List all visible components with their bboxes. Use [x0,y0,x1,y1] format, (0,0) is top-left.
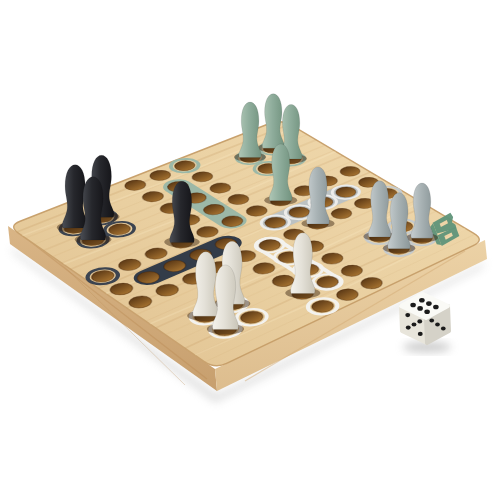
die-pip [419,298,425,303]
die-pip [424,309,430,314]
die-pip [417,319,422,323]
scene [0,0,504,504]
die-pip [406,326,411,330]
die-pip [405,313,410,317]
die-pip [426,301,432,306]
die-pip [418,332,423,336]
die-pip [429,319,434,323]
die-pip [417,306,423,311]
die-pip [410,303,416,308]
ludo-board-photo [0,0,504,504]
die-pip [433,305,439,310]
die-pip [435,323,440,327]
die [401,294,451,353]
die-pip [441,327,446,331]
die-pip [412,322,417,326]
